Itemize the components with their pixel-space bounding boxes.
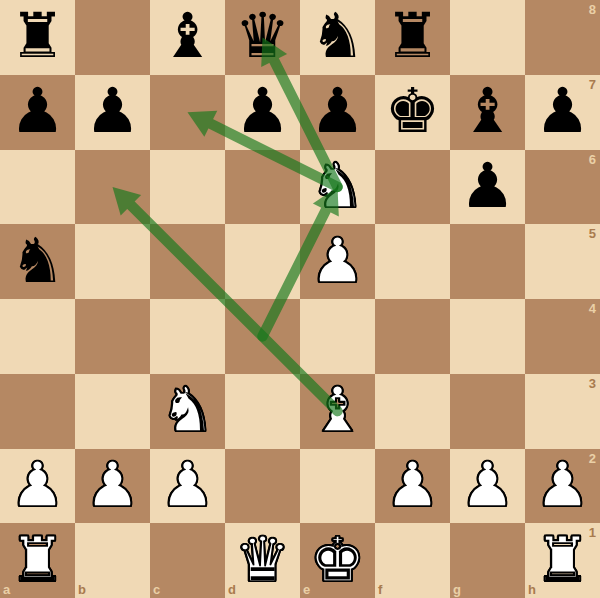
square-d4[interactable] (225, 299, 300, 374)
square-e4[interactable] (300, 299, 375, 374)
white-bishop[interactable]: ♝ (310, 379, 366, 441)
square-g7[interactable]: ♝ (450, 75, 525, 150)
white-pawn[interactable]: ♟ (10, 454, 66, 516)
square-h7[interactable]: ♟7 (525, 75, 600, 150)
white-rook[interactable]: ♜ (535, 529, 591, 591)
black-pawn[interactable]: ♟ (10, 80, 66, 142)
square-c4[interactable] (150, 299, 225, 374)
black-rook[interactable]: ♜ (385, 5, 441, 67)
square-h3[interactable]: 3 (525, 374, 600, 449)
square-e2[interactable] (300, 449, 375, 524)
square-a3[interactable] (0, 374, 75, 449)
white-knight[interactable]: ♞ (310, 155, 366, 217)
black-pawn[interactable]: ♟ (85, 80, 141, 142)
square-e5[interactable]: ♟ (300, 224, 375, 299)
board-squares: ♜♝♛♞♜8♟♟♟♟♚♝♟7♞♟6♞♟54♞♝3♟♟♟♟♟♟2♜abc♛d♚ef… (0, 0, 600, 598)
rank-label-6: 6 (589, 153, 596, 166)
square-c3[interactable]: ♞ (150, 374, 225, 449)
rank-label-3: 3 (589, 377, 596, 390)
square-a8[interactable]: ♜ (0, 0, 75, 75)
square-f1[interactable]: f (375, 523, 450, 598)
white-pawn[interactable]: ♟ (385, 454, 441, 516)
square-g4[interactable] (450, 299, 525, 374)
white-queen[interactable]: ♛ (235, 529, 291, 591)
black-pawn[interactable]: ♟ (460, 155, 516, 217)
black-bishop[interactable]: ♝ (460, 80, 516, 142)
square-a1[interactable]: ♜a (0, 523, 75, 598)
square-g6[interactable]: ♟ (450, 150, 525, 225)
square-d8[interactable]: ♛ (225, 0, 300, 75)
square-g8[interactable] (450, 0, 525, 75)
file-label-f: f (378, 583, 382, 596)
white-king[interactable]: ♚ (310, 529, 366, 591)
square-e7[interactable]: ♟ (300, 75, 375, 150)
square-g5[interactable] (450, 224, 525, 299)
square-b1[interactable]: b (75, 523, 150, 598)
square-g3[interactable] (450, 374, 525, 449)
square-a4[interactable] (0, 299, 75, 374)
square-c2[interactable]: ♟ (150, 449, 225, 524)
square-e8[interactable]: ♞ (300, 0, 375, 75)
file-label-c: c (153, 583, 160, 596)
square-h2[interactable]: ♟2 (525, 449, 600, 524)
square-e3[interactable]: ♝ (300, 374, 375, 449)
square-d5[interactable] (225, 224, 300, 299)
square-b2[interactable]: ♟ (75, 449, 150, 524)
square-h6[interactable]: 6 (525, 150, 600, 225)
square-d1[interactable]: ♛d (225, 523, 300, 598)
square-h8[interactable]: 8 (525, 0, 600, 75)
square-a6[interactable] (0, 150, 75, 225)
black-knight[interactable]: ♞ (310, 5, 366, 67)
square-b6[interactable] (75, 150, 150, 225)
square-d7[interactable]: ♟ (225, 75, 300, 150)
square-h1[interactable]: ♜1h (525, 523, 600, 598)
black-pawn[interactable]: ♟ (535, 80, 591, 142)
square-a5[interactable]: ♞ (0, 224, 75, 299)
black-knight[interactable]: ♞ (10, 230, 66, 292)
square-b4[interactable] (75, 299, 150, 374)
black-queen[interactable]: ♛ (235, 5, 291, 67)
square-f7[interactable]: ♚ (375, 75, 450, 150)
square-a7[interactable]: ♟ (0, 75, 75, 150)
square-e1[interactable]: ♚e (300, 523, 375, 598)
white-knight[interactable]: ♞ (160, 379, 216, 441)
square-d3[interactable] (225, 374, 300, 449)
square-b5[interactable] (75, 224, 150, 299)
square-a2[interactable]: ♟ (0, 449, 75, 524)
black-bishop[interactable]: ♝ (160, 5, 216, 67)
white-pawn[interactable]: ♟ (310, 230, 366, 292)
rank-label-8: 8 (589, 3, 596, 16)
white-pawn[interactable]: ♟ (160, 454, 216, 516)
square-f3[interactable] (375, 374, 450, 449)
square-b8[interactable] (75, 0, 150, 75)
square-b7[interactable]: ♟ (75, 75, 150, 150)
white-pawn[interactable]: ♟ (85, 454, 141, 516)
square-c7[interactable] (150, 75, 225, 150)
square-e6[interactable]: ♞ (300, 150, 375, 225)
square-f6[interactable] (375, 150, 450, 225)
white-pawn[interactable]: ♟ (535, 454, 591, 516)
square-b3[interactable] (75, 374, 150, 449)
square-f4[interactable] (375, 299, 450, 374)
square-f8[interactable]: ♜ (375, 0, 450, 75)
chess-board: ♜♝♛♞♜8♟♟♟♟♚♝♟7♞♟6♞♟54♞♝3♟♟♟♟♟♟2♜abc♛d♚ef… (0, 0, 600, 598)
white-rook[interactable]: ♜ (10, 529, 66, 591)
square-h5[interactable]: 5 (525, 224, 600, 299)
black-pawn[interactable]: ♟ (235, 80, 291, 142)
square-h4[interactable]: 4 (525, 299, 600, 374)
black-pawn[interactable]: ♟ (310, 80, 366, 142)
rank-label-5: 5 (589, 227, 596, 240)
square-f5[interactable] (375, 224, 450, 299)
square-c6[interactable] (150, 150, 225, 225)
black-king[interactable]: ♚ (385, 80, 441, 142)
square-d6[interactable] (225, 150, 300, 225)
black-rook[interactable]: ♜ (10, 5, 66, 67)
file-label-g: g (453, 583, 461, 596)
square-c1[interactable]: c (150, 523, 225, 598)
square-c5[interactable] (150, 224, 225, 299)
square-f2[interactable]: ♟ (375, 449, 450, 524)
file-label-b: b (78, 583, 86, 596)
square-c8[interactable]: ♝ (150, 0, 225, 75)
square-g1[interactable]: g (450, 523, 525, 598)
rank-label-4: 4 (589, 302, 596, 315)
square-g2[interactable]: ♟ (450, 449, 525, 524)
white-pawn[interactable]: ♟ (460, 454, 516, 516)
square-d2[interactable] (225, 449, 300, 524)
